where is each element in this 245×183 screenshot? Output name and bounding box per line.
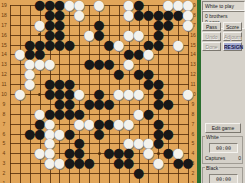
coord-label-right: 15 (189, 42, 197, 48)
black-stone: ● (163, 129, 173, 139)
white-captures-label: Captures (205, 155, 225, 161)
white-stone: ● (183, 89, 193, 99)
coord-label-right: 1 (189, 180, 197, 183)
white-stone: ● (74, 10, 84, 20)
game-window: 1918171615141312111098765432119181716151… (0, 0, 245, 183)
coord-label-left: 6 (0, 131, 8, 137)
white-stone: ● (153, 158, 163, 168)
coord-label-left: 13 (0, 61, 8, 67)
goban[interactable]: 1918171615141312111098765432119181716151… (0, 0, 197, 183)
white-group-label: White (205, 134, 220, 140)
adjourn-button[interactable]: Adjourn (223, 32, 242, 41)
coord-label-right: 8 (189, 111, 197, 117)
white-captures-value: 0 (238, 155, 241, 161)
coord-label-left: 14 (0, 51, 8, 57)
coord-label-right: 7 (189, 121, 197, 127)
white-stone: ● (25, 79, 35, 89)
coord-label-right: 6 (189, 131, 197, 137)
coord-label-right: 16 (189, 32, 197, 38)
black-stone: ● (153, 40, 163, 50)
coord-label-right: 14 (189, 51, 197, 57)
white-stone: ● (94, 0, 104, 10)
black-stone: ● (104, 99, 114, 109)
black-player-group: Black 00:00 Captures 0 (202, 167, 243, 183)
coord-label-right: 5 (189, 140, 197, 146)
white-captures-row: Captures 0 (205, 155, 241, 161)
coord-label-left: 18 (0, 12, 8, 18)
coord-label-left: 19 (0, 2, 8, 8)
white-stone: ● (143, 49, 153, 59)
coord-label-left: 16 (0, 32, 8, 38)
coord-label-left: 5 (0, 140, 8, 146)
black-stone: ● (94, 129, 104, 139)
black-group-label: Black (205, 165, 219, 171)
score-button[interactable]: Score (223, 22, 242, 31)
coord-label-left: 17 (0, 22, 8, 28)
hoshi-point (38, 93, 41, 96)
coord-label-right: 9 (189, 101, 197, 107)
coord-label-right: 2 (189, 170, 197, 176)
black-stone: ● (163, 20, 173, 30)
black-stone: ● (183, 158, 193, 168)
black-stone: ● (163, 99, 173, 109)
white-stone: ● (45, 59, 55, 69)
resign-button[interactable]: RESIGN (223, 42, 242, 51)
white-stone: ● (124, 119, 134, 129)
edit-game-button[interactable]: Edit game (205, 123, 241, 133)
coord-label-left: 10 (0, 91, 8, 97)
coord-label-right: 12 (189, 71, 197, 77)
white-player-group: White 00:00 Captures 0 (202, 136, 243, 164)
black-clock: 00:00 (209, 174, 238, 183)
white-stone: ● (15, 89, 25, 99)
coord-label-left: 9 (0, 101, 8, 107)
turn-status: White to play (202, 1, 245, 11)
coord-label-right: 13 (189, 61, 197, 67)
black-stone: ● (84, 158, 94, 168)
done-button[interactable]: Done (202, 42, 221, 51)
coord-label-left: 8 (0, 111, 8, 117)
white-stone: ● (183, 20, 193, 30)
black-stone: ● (114, 69, 124, 79)
black-stone: ● (153, 138, 163, 148)
coord-label-left: 11 (0, 81, 8, 87)
white-clock: 00:00 (209, 143, 238, 153)
coord-label-left: 7 (0, 121, 8, 127)
black-stone: ● (64, 40, 74, 50)
control-panel: White to play 0 brothers 0 sons Pass Sco… (201, 0, 245, 183)
coord-label-left: 3 (0, 160, 8, 166)
black-stone: ● (143, 109, 153, 119)
undo-button[interactable]: Undo (202, 32, 221, 41)
black-stone: ● (64, 129, 74, 139)
white-stone: ● (143, 148, 153, 158)
black-stone: ● (134, 168, 144, 178)
white-stone: ● (173, 40, 183, 50)
white-stone: ● (134, 89, 144, 99)
pass-button[interactable]: Pass (202, 22, 221, 31)
coord-label-left: 1 (0, 180, 8, 183)
coord-label-left: 12 (0, 71, 8, 77)
coord-label-left: 2 (0, 170, 8, 176)
coord-label-left: 15 (0, 42, 8, 48)
coord-label-left: 4 (0, 150, 8, 156)
hoshi-point (98, 152, 101, 155)
